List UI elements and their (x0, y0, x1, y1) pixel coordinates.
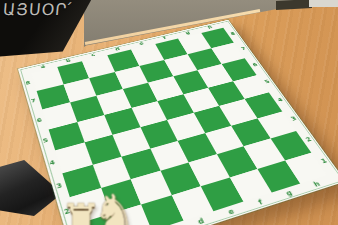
photo-scene: ԱՅՍՕՐ՛ abcdefgh8♜♞♝♛♚♝♞♜87♟♟♟♟♟♟♟♟766554… (0, 0, 338, 225)
chess-board-wrap: abcdefgh8♜♞♝♛♚♝♞♜87♟♟♟♟♟♟♟♟7665544332♟♟♟… (0, 0, 338, 225)
chess-board: abcdefgh8♜♞♝♛♚♝♞♜87♟♟♟♟♟♟♟♟7665544332♟♟♟… (18, 20, 338, 225)
square-b5 (77, 115, 113, 143)
